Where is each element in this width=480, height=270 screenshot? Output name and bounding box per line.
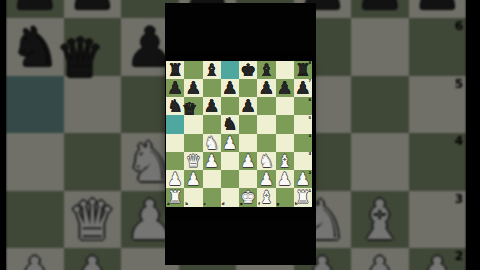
- square-f2[interactable]: [257, 170, 275, 188]
- file-label-f: f: [258, 202, 260, 206]
- rank-label-3: 3: [455, 193, 463, 205]
- rank-label-1: 1: [308, 189, 311, 193]
- rank-label-2: 2: [308, 171, 311, 175]
- square-a7: [6, 0, 64, 18]
- square-b7: [64, 0, 122, 18]
- rank-label-4: 4: [455, 135, 463, 147]
- square-g4: [351, 133, 409, 191]
- file-label-e: e: [240, 202, 243, 206]
- square-h7[interactable]: 7: [294, 79, 312, 97]
- square-d5[interactable]: [221, 115, 239, 133]
- square-e1[interactable]: e: [239, 188, 257, 206]
- square-g6[interactable]: [276, 97, 294, 115]
- rank-label-8: 8: [308, 61, 311, 65]
- square-g2: [351, 248, 409, 270]
- square-a6: [6, 18, 64, 76]
- square-d7[interactable]: [221, 79, 239, 97]
- square-a2[interactable]: [166, 170, 184, 188]
- square-h6[interactable]: 6: [294, 97, 312, 115]
- square-e2[interactable]: [239, 170, 257, 188]
- square-a2: [6, 248, 64, 270]
- square-h6: 6: [409, 18, 467, 76]
- square-b3[interactable]: [184, 152, 202, 170]
- square-c8[interactable]: [203, 61, 221, 79]
- square-h1[interactable]: 1h: [294, 188, 312, 206]
- square-e4[interactable]: [239, 134, 257, 152]
- video-frame: 8765432abcdefg1h♜♝♚♝♜♟♟♟♟♟♟♞♟♟♞♞♟♛♟♟♞♝♟♟…: [0, 0, 480, 270]
- file-label-b: b: [185, 202, 188, 206]
- square-f8[interactable]: [257, 61, 275, 79]
- rank-label-7: 7: [308, 79, 311, 83]
- square-h5[interactable]: 5: [294, 115, 312, 133]
- rank-label-5: 5: [455, 78, 463, 90]
- square-d3[interactable]: [221, 152, 239, 170]
- square-c5[interactable]: [203, 115, 221, 133]
- square-g7[interactable]: [276, 79, 294, 97]
- square-h2[interactable]: 2: [294, 170, 312, 188]
- square-a8[interactable]: [166, 61, 184, 79]
- rank-label-5: 5: [308, 116, 311, 120]
- square-e3[interactable]: [239, 152, 257, 170]
- square-e7[interactable]: [239, 79, 257, 97]
- square-g4[interactable]: [276, 134, 294, 152]
- square-b3: [64, 191, 122, 249]
- square-b4[interactable]: [184, 134, 202, 152]
- square-g6: [351, 18, 409, 76]
- file-label-h: h: [295, 202, 298, 206]
- square-d4[interactable]: [221, 134, 239, 152]
- square-d6[interactable]: [221, 97, 239, 115]
- square-a6[interactable]: [166, 97, 184, 115]
- square-g1[interactable]: g: [276, 188, 294, 206]
- square-b7[interactable]: [184, 79, 202, 97]
- square-f5[interactable]: [257, 115, 275, 133]
- square-h3[interactable]: 3: [294, 152, 312, 170]
- square-a1[interactable]: a: [166, 188, 184, 206]
- square-f3[interactable]: [257, 152, 275, 170]
- square-b4: [64, 133, 122, 191]
- square-g7: [351, 0, 409, 18]
- square-d8[interactable]: [221, 61, 239, 79]
- letterbox-left: [0, 0, 6, 270]
- square-h3: 3: [409, 191, 467, 249]
- square-f4[interactable]: [257, 134, 275, 152]
- chess-board: 8765432abcdefg1h♜♝♚♝♜♟♟♟♟♟♟♞♟♟♞♞♟♛♟♟♞♝♟♟…: [166, 61, 312, 207]
- rank-label-2: 2: [455, 250, 463, 262]
- square-c4[interactable]: [203, 134, 221, 152]
- file-label-d: d: [222, 202, 225, 206]
- square-e8[interactable]: [239, 61, 257, 79]
- square-h2: 2: [409, 248, 467, 270]
- square-a4: [6, 133, 64, 191]
- square-a3[interactable]: [166, 152, 184, 170]
- square-c1[interactable]: c: [203, 188, 221, 206]
- square-e6[interactable]: [239, 97, 257, 115]
- square-g8[interactable]: [276, 61, 294, 79]
- square-e5[interactable]: [239, 115, 257, 133]
- square-c3[interactable]: [203, 152, 221, 170]
- rank-label-4: 4: [308, 134, 311, 138]
- square-h8[interactable]: 8: [294, 61, 312, 79]
- file-label-a: a: [167, 202, 170, 206]
- square-b2: [64, 248, 122, 270]
- file-label-c: c: [203, 202, 205, 206]
- square-b5: [64, 76, 122, 134]
- rank-label-6: 6: [308, 98, 311, 102]
- square-d2[interactable]: [221, 170, 239, 188]
- square-g5: [351, 76, 409, 134]
- square-b5[interactable]: [184, 115, 202, 133]
- rank-label-6: 6: [455, 20, 463, 32]
- square-h4: 4: [409, 133, 467, 191]
- square-a7[interactable]: [166, 79, 184, 97]
- square-b6: [64, 18, 122, 76]
- square-g3[interactable]: [276, 152, 294, 170]
- square-c7[interactable]: [203, 79, 221, 97]
- square-h7: 7: [409, 0, 467, 18]
- square-d1[interactable]: d: [221, 188, 239, 206]
- square-b2[interactable]: [184, 170, 202, 188]
- square-h4[interactable]: 4: [294, 134, 312, 152]
- square-g3: [351, 191, 409, 249]
- square-f6[interactable]: [257, 97, 275, 115]
- file-label-g: g: [276, 202, 279, 206]
- square-f7[interactable]: [257, 79, 275, 97]
- square-b6[interactable]: [184, 97, 202, 115]
- square-f1[interactable]: f: [257, 188, 275, 206]
- square-c2[interactable]: [203, 170, 221, 188]
- letterbox-right: [466, 0, 480, 270]
- square-c6[interactable]: [203, 97, 221, 115]
- square-b1[interactable]: b: [184, 188, 202, 206]
- square-b8[interactable]: [184, 61, 202, 79]
- square-a5: [6, 76, 64, 134]
- square-a5[interactable]: [166, 115, 184, 133]
- square-a4[interactable]: [166, 134, 184, 152]
- rank-label-3: 3: [308, 152, 311, 156]
- square-g5[interactable]: [276, 115, 294, 133]
- square-g2[interactable]: [276, 170, 294, 188]
- square-h5: 5: [409, 76, 467, 134]
- square-a3: [6, 191, 64, 249]
